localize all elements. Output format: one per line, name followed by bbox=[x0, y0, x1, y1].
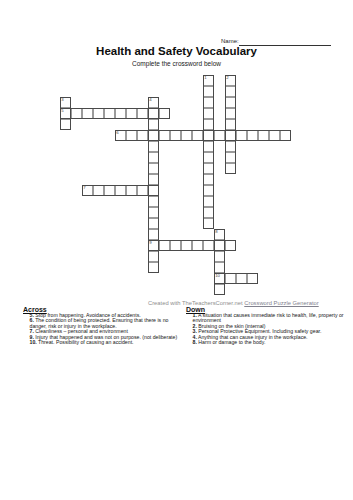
crossword-cell[interactable] bbox=[170, 130, 181, 141]
crossword-cell[interactable] bbox=[203, 218, 214, 229]
crossword-cell[interactable] bbox=[148, 207, 159, 218]
crossword-cell[interactable] bbox=[148, 163, 159, 174]
crossword-cell[interactable] bbox=[192, 130, 203, 141]
crossword-cell[interactable] bbox=[181, 130, 192, 141]
crossword-cell[interactable] bbox=[225, 119, 236, 130]
crossword-cell[interactable] bbox=[137, 130, 148, 141]
crossword-cell[interactable] bbox=[181, 240, 192, 251]
crossword-cell[interactable] bbox=[148, 119, 159, 130]
generator-credit: Created with TheTeachersCorner.net Cross… bbox=[148, 300, 319, 306]
crossword-cell[interactable] bbox=[170, 240, 181, 251]
crossword-cell[interactable] bbox=[148, 130, 159, 141]
crossword-cell[interactable] bbox=[214, 284, 225, 295]
crossword-cell[interactable] bbox=[225, 163, 236, 174]
crossword-cell[interactable] bbox=[225, 141, 236, 152]
crossword-cell[interactable] bbox=[214, 262, 225, 273]
crossword-cell[interactable] bbox=[280, 130, 291, 141]
crossword-cell[interactable] bbox=[258, 130, 269, 141]
credit-link[interactable]: Crossword Puzzle Generator bbox=[244, 300, 318, 306]
crossword-cell[interactable] bbox=[115, 185, 126, 196]
crossword-cell[interactable] bbox=[137, 185, 148, 196]
crossword-cell[interactable] bbox=[203, 174, 214, 185]
crossword-cell[interactable] bbox=[126, 185, 137, 196]
page-subtitle: Complete the crossword below bbox=[0, 60, 353, 67]
clue-number: 2 bbox=[226, 76, 228, 81]
crossword-cell[interactable] bbox=[192, 240, 203, 251]
crossword-cell[interactable] bbox=[225, 152, 236, 163]
crossword-cell[interactable] bbox=[137, 108, 148, 119]
crossword-cell[interactable] bbox=[203, 196, 214, 207]
worksheet-page: Name: Health and Safety Vocabulary Compl… bbox=[0, 0, 353, 500]
crossword-cell[interactable] bbox=[203, 130, 214, 141]
crossword-cell[interactable] bbox=[203, 141, 214, 152]
crossword-cell[interactable] bbox=[214, 251, 225, 262]
crossword-cell[interactable] bbox=[247, 273, 258, 284]
crossword-cell[interactable] bbox=[225, 86, 236, 97]
crossword-cell[interactable] bbox=[93, 185, 104, 196]
crossword-cell[interactable] bbox=[148, 185, 159, 196]
page-title: Health and Safety Vocabulary bbox=[0, 45, 353, 57]
crossword-cell[interactable] bbox=[115, 108, 126, 119]
crossword-cell[interactable] bbox=[203, 86, 214, 97]
crossword-cell[interactable] bbox=[148, 229, 159, 240]
crossword-cell[interactable] bbox=[126, 130, 137, 141]
crossword-cell[interactable] bbox=[148, 108, 159, 119]
crossword-cell[interactable] bbox=[148, 141, 159, 152]
crossword-cell[interactable] bbox=[148, 262, 159, 273]
crossword-cell[interactable] bbox=[269, 130, 280, 141]
crossword-cell[interactable] bbox=[82, 108, 93, 119]
crossword-cell[interactable] bbox=[104, 108, 115, 119]
clue-10-across: 10. Threat. Possibility of causing an ac… bbox=[30, 340, 180, 345]
crossword-cell[interactable] bbox=[203, 108, 214, 119]
clue-number: 6 bbox=[116, 131, 118, 136]
crossword-cell[interactable] bbox=[148, 218, 159, 229]
clue-number: 4 bbox=[149, 98, 151, 103]
clue-number: 1 bbox=[204, 76, 206, 81]
crossword-cell[interactable] bbox=[225, 273, 236, 284]
crossword-cell[interactable] bbox=[225, 108, 236, 119]
crossword-cell[interactable] bbox=[214, 240, 225, 251]
crossword-cell[interactable] bbox=[148, 251, 159, 262]
clue-number: 8 bbox=[215, 230, 217, 235]
crossword-cell[interactable] bbox=[203, 240, 214, 251]
clue-number: 9 bbox=[149, 241, 151, 246]
crossword-cell[interactable] bbox=[236, 130, 247, 141]
crossword-cell[interactable] bbox=[93, 108, 104, 119]
crossword-cell[interactable] bbox=[247, 130, 258, 141]
across-clues: 5. Stop from happening. Avoidance of acc… bbox=[30, 313, 180, 345]
crossword-cell[interactable] bbox=[71, 108, 82, 119]
crossword-cell[interactable] bbox=[203, 97, 214, 108]
crossword-cell[interactable] bbox=[159, 240, 170, 251]
crossword-grid: 12345678910 bbox=[60, 75, 292, 296]
crossword-cell[interactable] bbox=[203, 185, 214, 196]
name-label: Name: bbox=[221, 38, 239, 44]
crossword-cell[interactable] bbox=[159, 130, 170, 141]
down-clues: 1. A situation that causes immediate ris… bbox=[193, 313, 346, 345]
crossword-cell[interactable] bbox=[236, 273, 247, 284]
crossword-cell[interactable] bbox=[225, 130, 236, 141]
clue-number: 5 bbox=[61, 109, 63, 114]
crossword-cell[interactable] bbox=[159, 108, 170, 119]
crossword-cell[interactable] bbox=[203, 152, 214, 163]
crossword-cell[interactable] bbox=[148, 196, 159, 207]
crossword-cell[interactable] bbox=[225, 240, 236, 251]
crossword-cell[interactable] bbox=[148, 152, 159, 163]
crossword-cell[interactable] bbox=[104, 185, 115, 196]
crossword-cell[interactable] bbox=[214, 130, 225, 141]
clue-number: 7 bbox=[83, 186, 85, 191]
crossword-cell[interactable] bbox=[203, 119, 214, 130]
clue-8-down: 8. Harm or damage to the body. bbox=[193, 340, 346, 345]
crossword-cell[interactable] bbox=[148, 174, 159, 185]
crossword-cell[interactable] bbox=[60, 119, 71, 130]
crossword-cell[interactable] bbox=[225, 97, 236, 108]
crossword-cell[interactable] bbox=[203, 207, 214, 218]
crossword-cell[interactable] bbox=[203, 163, 214, 174]
clue-number: 10 bbox=[215, 274, 220, 279]
clue-number: 3 bbox=[61, 98, 63, 103]
crossword-cell[interactable] bbox=[126, 108, 137, 119]
